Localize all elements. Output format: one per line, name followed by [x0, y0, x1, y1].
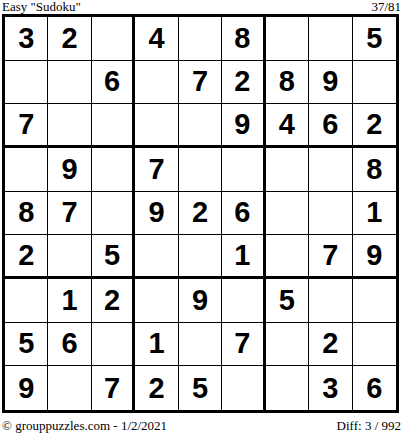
sudoku-cell-r5c9[interactable]: 1	[353, 192, 396, 236]
sudoku-cell-r2c9[interactable]	[353, 61, 396, 105]
sudoku-cell-r8c3[interactable]	[92, 323, 135, 367]
sudoku-cell-r5c1[interactable]: 8	[5, 192, 48, 236]
sudoku-cell-r9c9[interactable]: 6	[353, 366, 396, 410]
sudoku-cell-r9c7[interactable]	[266, 366, 309, 410]
sudoku-cell-r6c6[interactable]: 1	[222, 235, 265, 279]
sudoku-cell-r8c9[interactable]	[353, 323, 396, 367]
sudoku-cell-r2c2[interactable]	[48, 61, 91, 105]
sudoku-cell-r8c6[interactable]: 7	[222, 323, 265, 367]
sudoku-cell-r5c3[interactable]	[92, 192, 135, 236]
sudoku-cell-r6c8[interactable]: 7	[309, 235, 352, 279]
sudoku-cell-r4c3[interactable]	[92, 148, 135, 192]
page-title: Easy "Sudoku"	[2, 0, 81, 13]
sudoku-cell-r7c9[interactable]	[353, 279, 396, 323]
sudoku-cell-r7c1[interactable]	[5, 279, 48, 323]
sudoku-cell-r1c5[interactable]	[179, 17, 222, 61]
sudoku-cell-r6c5[interactable]	[179, 235, 222, 279]
header: Easy "Sudoku" 37/81	[2, 0, 401, 13]
sudoku-cell-r3c5[interactable]	[179, 104, 222, 148]
sudoku-cell-r3c7[interactable]: 4	[266, 104, 309, 148]
sudoku-cell-r7c6[interactable]	[222, 279, 265, 323]
sudoku-cell-r3c2[interactable]	[48, 104, 91, 148]
sudoku-cell-r6c2[interactable]	[48, 235, 91, 279]
sudoku-cell-r2c5[interactable]: 7	[179, 61, 222, 105]
sudoku-cell-r2c3[interactable]: 6	[92, 61, 135, 105]
sudoku-cell-r9c5[interactable]: 5	[179, 366, 222, 410]
sudoku-cell-r8c4[interactable]: 1	[135, 323, 178, 367]
given-counter: 37/81	[371, 0, 401, 13]
sudoku-page: Easy "Sudoku" 37/81 32485672897946297887…	[0, 0, 402, 437]
sudoku-cell-r1c2[interactable]: 2	[48, 17, 91, 61]
sudoku-cell-r6c4[interactable]	[135, 235, 178, 279]
sudoku-cell-r5c6[interactable]: 6	[222, 192, 265, 236]
sudoku-cell-r2c1[interactable]	[5, 61, 48, 105]
footer-difficulty: Diff: 3 / 992	[337, 418, 401, 434]
sudoku-cell-r1c9[interactable]: 5	[353, 17, 396, 61]
sudoku-cell-r5c2[interactable]: 7	[48, 192, 91, 236]
sudoku-cell-r4c1[interactable]	[5, 148, 48, 192]
sudoku-cell-r4c4[interactable]: 7	[135, 148, 178, 192]
sudoku-cell-r1c3[interactable]	[92, 17, 135, 61]
sudoku-cell-r5c7[interactable]	[266, 192, 309, 236]
sudoku-cell-r9c2[interactable]	[48, 366, 91, 410]
sudoku-cell-r4c2[interactable]: 9	[48, 148, 91, 192]
sudoku-cell-r8c8[interactable]: 2	[309, 323, 352, 367]
sudoku-cell-r7c3[interactable]: 2	[92, 279, 135, 323]
sudoku-cell-r9c6[interactable]	[222, 366, 265, 410]
sudoku-cell-r7c7[interactable]: 5	[266, 279, 309, 323]
sudoku-cell-r3c6[interactable]: 9	[222, 104, 265, 148]
sudoku-cell-r7c8[interactable]	[309, 279, 352, 323]
sudoku-cell-r3c8[interactable]: 6	[309, 104, 352, 148]
sudoku-cell-r6c9[interactable]: 9	[353, 235, 396, 279]
sudoku-cell-r6c1[interactable]: 2	[5, 235, 48, 279]
sudoku-cell-r1c6[interactable]: 8	[222, 17, 265, 61]
sudoku-cell-r1c1[interactable]: 3	[5, 17, 48, 61]
sudoku-cell-r4c7[interactable]	[266, 148, 309, 192]
sudoku-cell-r6c7[interactable]	[266, 235, 309, 279]
sudoku-cell-r2c8[interactable]: 9	[309, 61, 352, 105]
sudoku-cell-r7c4[interactable]	[135, 279, 178, 323]
sudoku-cell-r2c4[interactable]	[135, 61, 178, 105]
footer: © grouppuzzles.com - 1/2/2021 Diff: 3 / …	[2, 418, 401, 434]
sudoku-cell-r9c1[interactable]: 9	[5, 366, 48, 410]
sudoku-cell-r7c5[interactable]: 9	[179, 279, 222, 323]
sudoku-cell-r2c7[interactable]: 8	[266, 61, 309, 105]
sudoku-cell-r9c3[interactable]: 7	[92, 366, 135, 410]
sudoku-cell-r2c6[interactable]: 2	[222, 61, 265, 105]
sudoku-cell-r1c8[interactable]	[309, 17, 352, 61]
sudoku-cell-r4c8[interactable]	[309, 148, 352, 192]
sudoku-cell-r9c4[interactable]: 2	[135, 366, 178, 410]
sudoku-cell-r4c9[interactable]: 8	[353, 148, 396, 192]
sudoku-cell-r5c4[interactable]: 9	[135, 192, 178, 236]
sudoku-cell-r9c8[interactable]: 3	[309, 366, 352, 410]
sudoku-cell-r8c2[interactable]: 6	[48, 323, 91, 367]
sudoku-grid: 3248567289794629788792612517912955617297…	[2, 14, 399, 413]
footer-copyright: © grouppuzzles.com - 1/2/2021	[2, 418, 167, 434]
sudoku-cell-r8c5[interactable]	[179, 323, 222, 367]
sudoku-cell-r8c1[interactable]: 5	[5, 323, 48, 367]
sudoku-cell-r3c9[interactable]: 2	[353, 104, 396, 148]
sudoku-cell-r4c6[interactable]	[222, 148, 265, 192]
sudoku-cell-r4c5[interactable]	[179, 148, 222, 192]
sudoku-cell-r3c3[interactable]	[92, 104, 135, 148]
sudoku-cell-r7c2[interactable]: 1	[48, 279, 91, 323]
sudoku-cell-r5c8[interactable]	[309, 192, 352, 236]
sudoku-cell-r5c5[interactable]: 2	[179, 192, 222, 236]
sudoku-cell-r3c1[interactable]: 7	[5, 104, 48, 148]
sudoku-cell-r8c7[interactable]	[266, 323, 309, 367]
sudoku-cell-r6c3[interactable]: 5	[92, 235, 135, 279]
sudoku-cell-r3c4[interactable]	[135, 104, 178, 148]
sudoku-cell-r1c7[interactable]	[266, 17, 309, 61]
sudoku-cell-r1c4[interactable]: 4	[135, 17, 178, 61]
